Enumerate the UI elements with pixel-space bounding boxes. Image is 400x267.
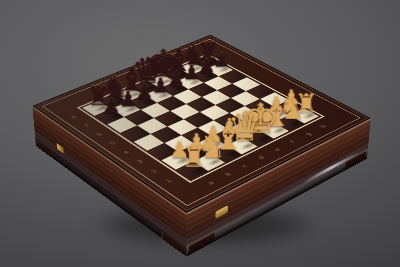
chess-case: abcdefgh 12345678 ♜♞♝♛♚♝♞♜♟♟♟♟♟♟♟♟♟♟♟♟♟♟… <box>32 35 371 213</box>
case-foot <box>162 232 184 258</box>
coordinate-file-a: a <box>207 181 216 186</box>
coordinate-file-g: g <box>305 132 313 137</box>
coordinate-file-d: d <box>258 155 267 160</box>
coordinate-file-h: h <box>320 124 328 128</box>
case-foot <box>37 141 54 163</box>
case-foot <box>189 232 214 255</box>
coordinate-rank-5: 5 <box>109 141 117 146</box>
pieces-layer: ♜♞♝♛♚♝♞♜♟♟♟♟♟♟♟♟♟♟♟♟♟♟♟♟♜♞♝♛♚♝♞♜ <box>82 56 319 180</box>
coordinate-file-f: f <box>289 140 296 144</box>
coordinate-file-e: e <box>274 147 282 152</box>
brass-clasp-icon <box>57 143 64 154</box>
board-top: abcdefgh 12345678 ♜♞♝♛♚♝♞♜♟♟♟♟♟♟♟♟♟♟♟♟♟♟… <box>32 35 371 213</box>
coordinate-file-b: b <box>224 172 233 177</box>
coordinate-rank-4: 4 <box>122 150 130 155</box>
coordinate-rank-3: 3 <box>136 160 144 165</box>
coordinate-rank-7: 7 <box>83 124 91 128</box>
specular-highlight <box>303 151 359 184</box>
coordinate-rank-6: 6 <box>96 132 104 137</box>
white-rook-glyph: ♜ <box>174 121 213 171</box>
coordinate-rank-1: 1 <box>165 179 174 184</box>
coordinate-rank-8: 8 <box>71 115 79 119</box>
coordinate-rank-2: 2 <box>150 169 159 174</box>
coordinate-file-c: c <box>241 164 249 169</box>
scene: abcdefgh 12345678 ♜♞♝♛♚♝♞♜♟♟♟♟♟♟♟♟♟♟♟♟♟♟… <box>0 0 400 267</box>
brass-latch-icon <box>215 205 228 219</box>
black-pawn-glyph: ♟ <box>93 71 129 117</box>
photo-stage: abcdefgh 12345678 ♜♞♝♛♚♝♞♜♟♟♟♟♟♟♟♟♟♟♟♟♟♟… <box>0 0 400 267</box>
